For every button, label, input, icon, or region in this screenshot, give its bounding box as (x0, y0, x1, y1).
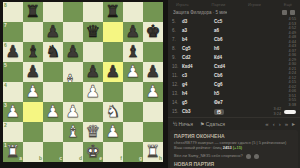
white-move[interactable]: h4 (182, 91, 214, 96)
black-move[interactable]: Сc5 (214, 19, 254, 24)
move-row: 11.c3Сb64:244:12 (172, 71, 296, 80)
forward-icon[interactable]: › (279, 119, 281, 129)
panel-tabs: ИгратьПартииИгрокиЕщё (168, 0, 300, 8)
clock-times: 3:423:24 (274, 107, 281, 115)
thumbs-up-icon[interactable] (246, 154, 251, 159)
black-move[interactable]: Фe7 (214, 100, 254, 105)
black-rook-b8[interactable]: ♜ (23, 2, 43, 22)
square-d7[interactable] (63, 22, 83, 42)
clock-times: 4:304:21 (289, 62, 296, 70)
black-pawn-c7[interactable]: ♟ (43, 22, 63, 42)
black-king-h7[interactable]: ♚ (143, 22, 163, 42)
square-g4[interactable] (123, 82, 143, 102)
rank-label-7: 7 (4, 23, 7, 28)
move-number: 6. (172, 28, 182, 33)
file-label-b: b (39, 156, 42, 161)
square-c3[interactable]: ♟ (43, 102, 63, 122)
square-c8[interactable] (43, 2, 63, 22)
gear-icon[interactable] (290, 10, 295, 15)
game-controls: ½ Ничья ⚑ Сдаться «‹›»▸ (168, 117, 300, 129)
square-d2[interactable]: ♝ (63, 122, 83, 142)
square-d6[interactable]: ♟ (63, 42, 83, 62)
square-g7[interactable]: ♟ (123, 22, 143, 42)
file-label-f: f (120, 156, 122, 161)
white-move[interactable]: b4 (182, 37, 214, 42)
file-label-d: d (79, 156, 82, 161)
rank-label-2: 2 (4, 123, 7, 128)
black-move[interactable]: Сg6 (214, 82, 254, 87)
square-e6[interactable] (83, 42, 103, 62)
game-over-card: ПАРТИЯ ОКОНЧЕНА chessRB779 выиграл — соп… (170, 130, 298, 168)
white-pawn-a3[interactable]: ♟ (3, 102, 23, 122)
square-e5[interactable]: ♟ (83, 62, 103, 82)
white-move[interactable]: Кxd4 (182, 64, 214, 69)
game-over-title: ПАРТИЯ ОКОНЧЕНА (174, 133, 294, 139)
move-list: 5.d3Сc54:554:536.a3a64:524:497.b4Сb64:48… (168, 17, 300, 116)
panel-tab-0[interactable]: Играть (176, 2, 189, 8)
flip-board-icon[interactable] (282, 10, 287, 15)
white-pawn-c3[interactable]: ♟ (43, 102, 63, 122)
white-move[interactable]: Сb3 (182, 109, 214, 114)
square-e8[interactable] (83, 2, 103, 22)
black-pawn-b5[interactable]: ♟ (23, 62, 43, 82)
square-f5[interactable]: ♟ (103, 62, 123, 82)
black-move[interactable]: Сb6 (214, 73, 254, 78)
square-d4[interactable] (63, 82, 83, 102)
square-f1[interactable]: f (103, 142, 123, 162)
square-h2[interactable] (143, 122, 163, 142)
move-number: 11. (172, 73, 182, 78)
move-number: 14. (172, 100, 182, 105)
square-f3[interactable]: ♞ (103, 102, 123, 122)
square-e2[interactable]: ♛ (83, 122, 103, 142)
square-c6[interactable]: ♞ (43, 42, 63, 62)
move-row: 5.d3Сc54:554:53 (172, 17, 296, 26)
square-c2[interactable] (43, 122, 63, 142)
black-bishop-b6[interactable]: ♝ (23, 42, 43, 62)
black-knight-c6[interactable]: ♞ (43, 42, 63, 62)
square-h6[interactable] (143, 42, 163, 62)
white-move[interactable]: g4 (182, 82, 214, 87)
square-b7[interactable] (23, 22, 43, 42)
square-a5[interactable]: 5 (3, 62, 23, 82)
move-number: 7. (172, 37, 182, 42)
square-c1[interactable]: c (43, 142, 63, 162)
clock-times: 4:154:02 (289, 80, 296, 88)
square-f2[interactable]: ♟ (103, 122, 123, 142)
square-h1[interactable]: h♜ (143, 142, 163, 162)
square-a7[interactable]: 7 (3, 22, 23, 42)
black-pawn-a6[interactable]: ♟ (3, 42, 23, 62)
move-number: 12. (172, 82, 182, 87)
file-label-g: g (139, 156, 142, 161)
rating-delta: (+15) (232, 145, 243, 150)
rank-label-8: 8 (4, 3, 7, 8)
rank-label-5: 5 (4, 63, 7, 68)
move-row: 12.g4Сg64:154:02 (172, 80, 296, 89)
black-rook-f8[interactable]: ♜ (103, 2, 123, 22)
move-number: 9. (172, 55, 182, 60)
black-move[interactable]: Сxd4 (214, 64, 254, 69)
square-a2[interactable]: 2 (3, 122, 23, 142)
black-pawn-h5[interactable]: ♟ (143, 62, 163, 82)
square-f6[interactable] (103, 42, 123, 62)
clock-times: 4:244:12 (289, 71, 296, 79)
black-move[interactable]: h6 (214, 46, 254, 51)
square-e7[interactable]: ♛ (83, 22, 103, 42)
square-b4[interactable]: ♟ (23, 82, 43, 102)
move-row: 7.b4Сb64:484:44 (172, 35, 296, 44)
move-row: 14.g5Фe73:553:38 (172, 98, 296, 107)
move-row: 9.Сd2Кd44:364:29 (172, 53, 296, 62)
black-pawn-g7[interactable]: ♟ (123, 22, 143, 42)
clock-times: 4:364:29 (289, 53, 296, 61)
white-move[interactable]: Сg5 (182, 46, 214, 51)
move-row: 10.Кxd4Сxd44:304:21 (172, 62, 296, 71)
clock-times: 4:484:44 (289, 35, 296, 43)
black-move[interactable]: f5 (214, 109, 254, 114)
square-h5[interactable]: ♟ (143, 62, 163, 82)
white-move[interactable]: Сd2 (182, 55, 214, 60)
square-e3[interactable] (83, 102, 103, 122)
square-h7[interactable]: ♚ (143, 22, 163, 42)
white-queen-e2[interactable]: ♛ (83, 122, 103, 142)
white-move[interactable]: g5 (182, 100, 214, 105)
square-g5[interactable]: ♟ (123, 62, 143, 82)
move-row: 15.Сb3f53:423:24 (172, 107, 296, 116)
white-rook-h1[interactable]: ♜ (143, 142, 163, 162)
square-f4[interactable] (103, 82, 123, 102)
square-b5[interactable]: ♟ (23, 62, 43, 82)
draw-button[interactable]: ½ Ничья (173, 121, 193, 127)
black-pawn-d6[interactable]: ♟ (63, 42, 83, 62)
square-b2[interactable] (23, 122, 43, 142)
white-rook-a1[interactable]: ♜ (3, 142, 23, 162)
side-panel: ИгратьПартииИгрокиЕщё Защита Филидора · … (168, 0, 300, 168)
go-start-icon[interactable]: « (265, 119, 268, 129)
square-c7[interactable]: ♟ (43, 22, 63, 42)
white-pawn-e4[interactable]: ♟ (83, 82, 103, 102)
square-g1[interactable]: g (123, 142, 143, 162)
black-move[interactable]: h5 (214, 91, 254, 96)
white-move[interactable]: c3 (182, 73, 214, 78)
clock-times: 4:434:37 (289, 44, 296, 52)
black-move[interactable]: Сb6 (214, 37, 254, 42)
square-e4[interactable]: ♟ (83, 82, 103, 102)
thumbs-down-icon[interactable] (254, 154, 259, 159)
clock-times: 4:063:51 (289, 89, 296, 97)
screenshot-stage: 8♜♜7♟♛♟♚6♟♝♞♟♝5♟♝♟♟♟♟4♟♟♟3♟♟♟♞2♝♛♟1a♜bcd… (0, 0, 300, 168)
play-icon[interactable]: ▸ (292, 119, 295, 129)
panel-tab-3[interactable]: Ещё (284, 2, 292, 8)
opening-title: Защита Филидора · 5 мин (173, 10, 227, 15)
square-h4[interactable]: ♟ (143, 82, 163, 102)
eval-pill (284, 110, 296, 114)
panel-header: Защита Филидора · 5 мин (168, 8, 300, 17)
move-number: 10. (172, 64, 182, 69)
rank-label-4: 4 (4, 83, 7, 88)
go-end-icon[interactable]: » (285, 119, 288, 129)
chess-board[interactable]: 8♜♜7♟♛♟♚6♟♝♞♟♝5♟♝♟♟♟♟4♟♟♟3♟♟♟♞2♝♛♟1a♜bcd… (3, 2, 163, 162)
square-a8[interactable]: 8 (3, 2, 23, 22)
white-bishop-d2[interactable]: ♝ (63, 122, 83, 142)
sportsmanship-row: Вёл ли Samy_NE35 себя спортивно? (174, 153, 294, 158)
black-bishop-g6[interactable]: ♝ (123, 42, 143, 62)
white-pawn-b4[interactable]: ♟ (23, 82, 43, 102)
white-pawn-d3[interactable]: ♟ (63, 102, 83, 122)
black-move[interactable]: a6 (214, 28, 254, 33)
file-label-c: c (59, 156, 62, 161)
square-a3[interactable]: 3♟ (3, 102, 23, 122)
move-number: 15. (172, 109, 182, 114)
white-pawn-f2[interactable]: ♟ (103, 122, 123, 142)
square-d8[interactable] (63, 2, 83, 22)
square-d1[interactable]: d (63, 142, 83, 162)
square-a6[interactable]: 6♟ (3, 42, 23, 62)
black-pawn-f5[interactable]: ♟ (103, 62, 123, 82)
move-row: 6.a3a64:524:49 (172, 26, 296, 35)
square-g8[interactable] (123, 2, 143, 22)
white-move[interactable]: a3 (182, 28, 214, 33)
square-d3[interactable]: ♟ (63, 102, 83, 122)
resign-button[interactable]: ⚑ Сдаться (200, 121, 225, 127)
panel-tab-1[interactable]: Партии (212, 2, 226, 8)
panel-tab-2[interactable]: Игроки (248, 2, 261, 8)
new-rating: 2453 (223, 145, 232, 150)
square-e1[interactable]: e♚ (83, 142, 103, 162)
sportsmanship-question: Вёл ли Samy_NE35 себя спортивно? (174, 153, 243, 158)
square-h8[interactable] (143, 2, 163, 22)
clock-times: 3:553:38 (289, 98, 296, 106)
move-nav-buttons: «‹›»▸ (265, 119, 295, 129)
clock-times: 4:524:49 (289, 26, 296, 34)
back-icon[interactable]: ‹ (273, 119, 275, 129)
rating-line: Ваш новый рейтинг: блиц 2453 (+15) (174, 145, 294, 150)
square-f7[interactable] (103, 22, 123, 42)
white-pawn-g5[interactable]: ♟ (123, 62, 143, 82)
move-row: 13.h4h54:063:51 (172, 89, 296, 98)
move-number: 5. (172, 19, 182, 24)
square-a4[interactable]: 4 (3, 82, 23, 102)
white-pawn-h4[interactable]: ♟ (143, 82, 163, 102)
square-h3[interactable] (143, 102, 163, 122)
square-b3[interactable] (23, 102, 43, 122)
square-d5[interactable]: ♝ (63, 62, 83, 82)
square-b1[interactable]: b (23, 142, 43, 162)
move-number: 13. (172, 91, 182, 96)
square-a1[interactable]: 1a♜ (3, 142, 23, 162)
square-c4[interactable] (43, 82, 63, 102)
square-g2[interactable] (123, 122, 143, 142)
move-number: 8. (172, 46, 182, 51)
square-f8[interactable]: ♜ (103, 2, 123, 22)
black-queen-e7[interactable]: ♛ (83, 22, 103, 42)
move-row: 8.Сg5h64:434:37 (172, 44, 296, 53)
white-move[interactable]: d3 (182, 19, 214, 24)
black-pawn-e5[interactable]: ♟ (83, 62, 103, 82)
square-b8[interactable]: ♜ (23, 2, 43, 22)
white-king-e1[interactable]: ♚ (83, 142, 103, 162)
square-b6[interactable]: ♝ (23, 42, 43, 62)
clock-times: 4:554:53 (289, 17, 296, 25)
square-g3[interactable] (123, 102, 143, 122)
white-knight-f3[interactable]: ♞ (103, 102, 123, 122)
square-g6[interactable]: ♝ (123, 42, 143, 62)
black-move[interactable]: Кd4 (214, 55, 254, 60)
new-game-title: НОВАЯ ПАРТИЯ (174, 161, 294, 167)
